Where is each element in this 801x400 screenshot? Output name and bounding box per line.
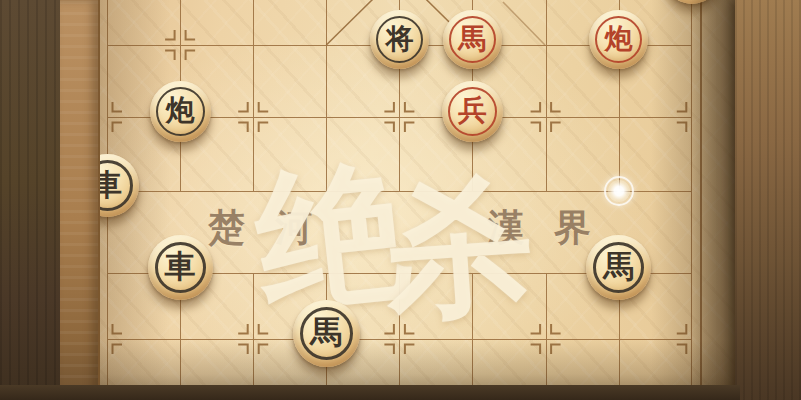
last-move-origin-dot (602, 174, 636, 208)
board-cell (253, 45, 326, 117)
piece-glyph: 兵 (442, 81, 503, 142)
piece-black-general[interactable]: 将 (370, 10, 429, 69)
piece-red-soldier[interactable]: 兵 (442, 81, 503, 142)
river-label-chu-he: 楚河 (208, 203, 342, 253)
table-frame-right (735, 0, 801, 400)
board-cell (399, 273, 472, 339)
piece-black-horse[interactable]: 馬 (586, 235, 651, 300)
board-cell (472, 273, 545, 339)
board-cell (399, 191, 472, 273)
board-cell (180, 0, 253, 45)
piece-red-horse[interactable]: 馬 (443, 10, 502, 69)
dot-core (608, 180, 630, 202)
board-cell (107, 0, 180, 45)
piece-glyph: 馬 (443, 10, 502, 69)
xiangqi-app-screen: 楚河 漢界 绝 杀 将馬炮炮兵車車馬馬 (0, 0, 801, 400)
board-cell (253, 0, 326, 45)
table-frame-bottom (0, 385, 740, 400)
table-frame-left (0, 0, 60, 400)
piece-red-cannon[interactable]: 炮 (589, 10, 648, 69)
board-left-margin-plank (60, 0, 100, 400)
board-cell (326, 117, 399, 191)
piece-glyph: 炮 (150, 81, 211, 142)
piece-glyph: 馬 (586, 235, 651, 300)
piece-glyph: 将 (370, 10, 429, 69)
piece-glyph: 炮 (589, 10, 648, 69)
board-cell (253, 117, 326, 191)
piece-black-cannon[interactable]: 炮 (150, 81, 211, 142)
piece-black-chariot[interactable]: 車 (148, 235, 213, 300)
piece-black-horse[interactable]: 馬 (293, 300, 360, 367)
piece-glyph: 車 (148, 235, 213, 300)
piece-glyph: 馬 (293, 300, 360, 367)
